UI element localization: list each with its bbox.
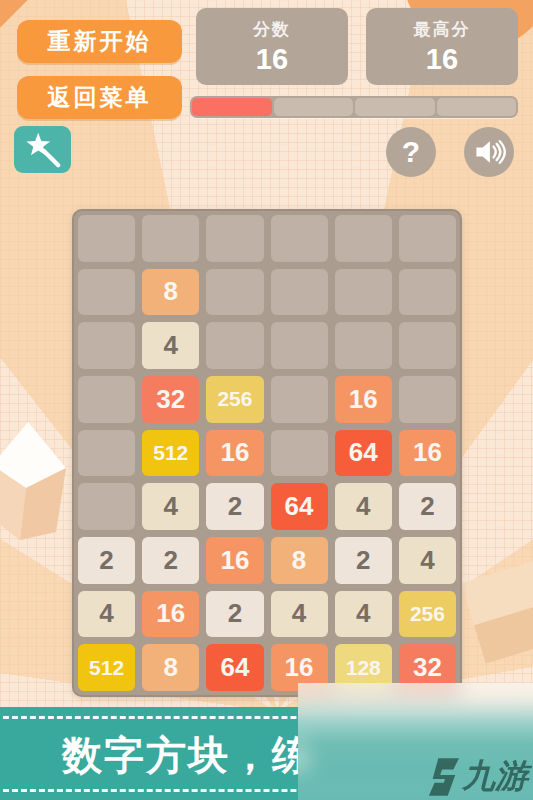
- tile-16: 16: [206, 537, 263, 584]
- app-window: 重新开始 返回菜单 分数 16 最高分 16 ? 843225616512166…: [0, 0, 533, 800]
- tile-8: 8: [142, 269, 199, 316]
- tile-16: 16: [206, 430, 263, 477]
- progress-segment: [274, 98, 354, 116]
- tile-16: 16: [399, 430, 456, 477]
- tile-64: 64: [335, 430, 392, 477]
- cell-empty: [335, 215, 392, 262]
- progress-segment: [437, 98, 517, 116]
- tile-2: 2: [78, 537, 135, 584]
- tile-512: 512: [78, 644, 135, 691]
- cell-empty: [78, 269, 135, 316]
- tile-2: 2: [206, 591, 263, 638]
- magic-wand-icon: [22, 130, 64, 170]
- progress-fill: [192, 98, 272, 116]
- back-to-menu-button[interactable]: 返回菜单: [17, 76, 182, 119]
- jiuyou-logo-icon: [427, 758, 459, 796]
- score-label: 分数: [253, 18, 291, 41]
- tile-2: 2: [142, 537, 199, 584]
- board[interactable]: 8432256165121664164264422216824416244256…: [72, 209, 462, 697]
- tile-8: 8: [142, 644, 199, 691]
- tile-4: 4: [78, 591, 135, 638]
- cell-empty: [271, 322, 328, 369]
- cell-empty: [78, 215, 135, 262]
- blur-overlay: 九游: [298, 683, 533, 800]
- help-button[interactable]: ?: [386, 127, 436, 177]
- speaker-icon: [471, 134, 507, 170]
- tile-4: 4: [271, 591, 328, 638]
- best-score-panel: 最高分 16: [366, 8, 518, 85]
- tile-16: 16: [142, 591, 199, 638]
- progress-bar: [190, 96, 518, 118]
- cell-empty: [271, 215, 328, 262]
- tile-2: 2: [399, 483, 456, 530]
- cell-empty: [206, 215, 263, 262]
- tile-4: 4: [142, 483, 199, 530]
- cell-empty: [271, 430, 328, 477]
- cell-empty: [271, 376, 328, 423]
- tile-16: 16: [335, 376, 392, 423]
- tile-64: 64: [271, 483, 328, 530]
- restart-button[interactable]: 重新开始: [17, 20, 182, 63]
- cell-empty: [399, 376, 456, 423]
- progress-segment: [355, 98, 435, 116]
- cell-empty: [206, 322, 263, 369]
- cell-empty: [335, 269, 392, 316]
- cell-empty: [78, 376, 135, 423]
- score-value: 16: [256, 43, 288, 76]
- tile-4: 4: [399, 537, 456, 584]
- tile-256: 256: [206, 376, 263, 423]
- cell-empty: [78, 322, 135, 369]
- hint-wand-button[interactable]: [14, 126, 71, 173]
- tile-64: 64: [206, 644, 263, 691]
- tile-8: 8: [271, 537, 328, 584]
- cell-empty: [271, 269, 328, 316]
- banner-title: 数字方块，练: [62, 727, 314, 782]
- score-panel: 分数 16: [196, 8, 348, 85]
- cell-empty: [399, 322, 456, 369]
- tile-256: 256: [399, 591, 456, 638]
- cell-empty: [335, 322, 392, 369]
- cell-empty: [78, 483, 135, 530]
- question-icon: ?: [402, 135, 420, 169]
- cell-empty: [206, 269, 263, 316]
- cell-empty: [78, 430, 135, 477]
- tile-4: 4: [142, 322, 199, 369]
- tile-4: 4: [335, 591, 392, 638]
- tile-2: 2: [335, 537, 392, 584]
- cube-decoration: [0, 420, 70, 545]
- watermark: 九游: [427, 754, 528, 799]
- best-score-value: 16: [426, 43, 458, 76]
- tile-32: 32: [142, 376, 199, 423]
- tile-4: 4: [335, 483, 392, 530]
- watermark-text: 九游: [462, 754, 528, 799]
- cell-empty: [142, 215, 199, 262]
- tile-2: 2: [206, 483, 263, 530]
- cell-empty: [399, 215, 456, 262]
- sound-button[interactable]: [464, 127, 514, 177]
- tile-512: 512: [142, 430, 199, 477]
- best-score-label: 最高分: [414, 18, 471, 41]
- cell-empty: [399, 269, 456, 316]
